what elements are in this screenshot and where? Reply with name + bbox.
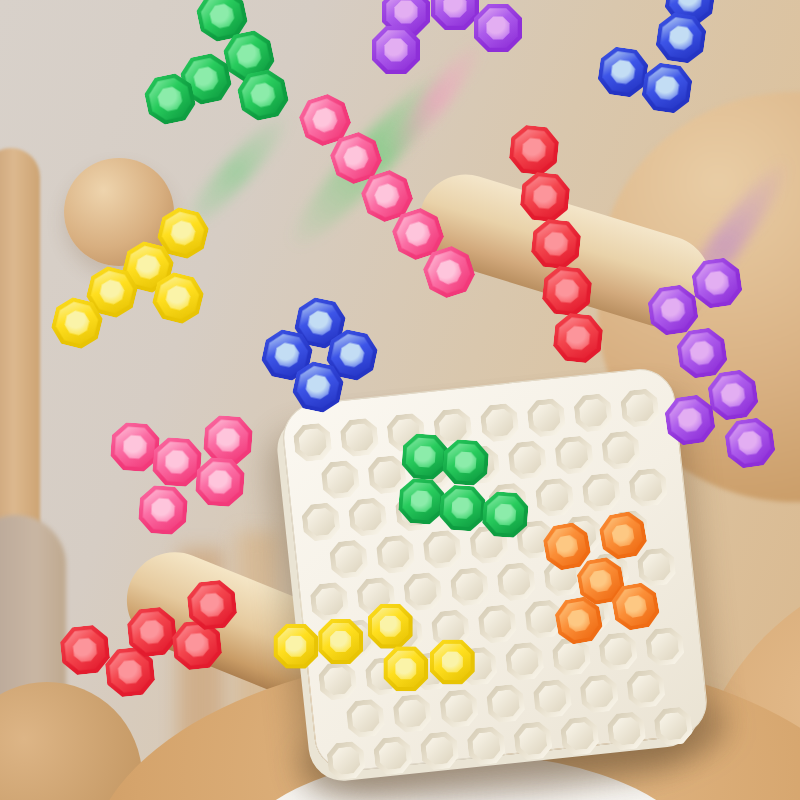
gem-octagon-purple[interactable] <box>474 4 522 52</box>
gem-octagon-pink[interactable] <box>137 484 188 535</box>
gem-octagon-pink[interactable] <box>194 456 245 507</box>
gem-octagon-red[interactable] <box>508 124 561 177</box>
gem-octagon-pink[interactable] <box>202 414 253 465</box>
gem-octagon-red[interactable] <box>519 171 572 224</box>
gem-octagon-purple[interactable] <box>706 368 760 422</box>
gem-octagon-blue[interactable] <box>596 45 650 99</box>
gem-octagon-purple[interactable] <box>723 416 777 470</box>
gem-octagon-red[interactable] <box>541 265 594 318</box>
gem-octagon-blue[interactable] <box>640 61 694 115</box>
gem-octagon-purple[interactable] <box>431 0 479 30</box>
gem-octagon-purple[interactable] <box>646 283 700 337</box>
gem-octagon-purple[interactable] <box>675 326 729 380</box>
gem-octagon-purple[interactable] <box>372 26 420 74</box>
gem-octagon-red[interactable] <box>530 218 583 271</box>
floating-pieces-layer <box>0 0 800 800</box>
product-scene <box>0 0 800 800</box>
gem-octagon-purple[interactable] <box>663 393 717 447</box>
gem-octagon-red[interactable] <box>552 312 605 365</box>
gem-octagon-red[interactable] <box>59 624 112 677</box>
gem-octagon-purple[interactable] <box>690 256 744 310</box>
